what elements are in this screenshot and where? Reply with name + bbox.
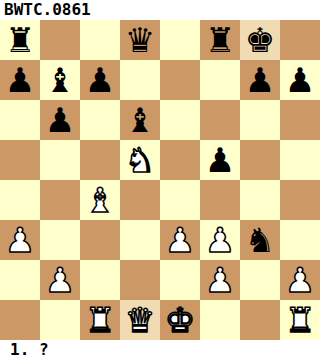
square-h8[interactable] xyxy=(280,20,320,60)
square-f8[interactable]: ♜ xyxy=(200,20,240,60)
square-g8[interactable]: ♚ xyxy=(240,20,280,60)
square-a3[interactable]: ♟ xyxy=(0,220,40,260)
square-e3[interactable]: ♟ xyxy=(160,220,200,260)
square-b6[interactable]: ♟ xyxy=(40,100,80,140)
square-h6[interactable] xyxy=(280,100,320,140)
square-c1[interactable]: ♜ xyxy=(80,300,120,340)
square-d7[interactable] xyxy=(120,60,160,100)
square-e2[interactable] xyxy=(160,260,200,300)
piece-black-king: ♚ xyxy=(245,20,275,60)
square-a6[interactable] xyxy=(0,100,40,140)
piece-black-knight: ♞ xyxy=(245,220,275,260)
square-b7[interactable]: ♝ xyxy=(40,60,80,100)
square-d4[interactable] xyxy=(120,180,160,220)
piece-white-pawn: ♟ xyxy=(5,220,35,260)
square-d8[interactable]: ♛ xyxy=(120,20,160,60)
square-a8[interactable]: ♜ xyxy=(0,20,40,60)
move-prompt: 1. ? xyxy=(0,340,49,360)
piece-black-queen: ♛ xyxy=(125,20,155,60)
piece-white-rook: ♜ xyxy=(285,300,315,340)
title-bar: BWTC.0861 xyxy=(0,0,320,20)
window-title: BWTC.0861 xyxy=(0,0,91,20)
square-f3[interactable]: ♟ xyxy=(200,220,240,260)
square-e6[interactable] xyxy=(160,100,200,140)
square-d5[interactable]: ♞ xyxy=(120,140,160,180)
piece-white-pawn: ♟ xyxy=(205,220,235,260)
piece-white-rook: ♜ xyxy=(85,300,115,340)
square-d2[interactable] xyxy=(120,260,160,300)
square-e5[interactable] xyxy=(160,140,200,180)
piece-white-pawn: ♟ xyxy=(165,220,195,260)
square-g6[interactable] xyxy=(240,100,280,140)
square-c7[interactable]: ♟ xyxy=(80,60,120,100)
piece-black-rook: ♜ xyxy=(5,20,35,60)
square-h1[interactable]: ♜ xyxy=(280,300,320,340)
square-d1[interactable]: ♛ xyxy=(120,300,160,340)
square-e8[interactable] xyxy=(160,20,200,60)
square-g3[interactable]: ♞ xyxy=(240,220,280,260)
square-f2[interactable]: ♟ xyxy=(200,260,240,300)
square-b2[interactable]: ♟ xyxy=(40,260,80,300)
piece-black-bishop: ♝ xyxy=(125,100,155,140)
square-c6[interactable] xyxy=(80,100,120,140)
piece-black-pawn: ♟ xyxy=(205,140,235,180)
square-b3[interactable] xyxy=(40,220,80,260)
square-f4[interactable] xyxy=(200,180,240,220)
square-g4[interactable] xyxy=(240,180,280,220)
square-b1[interactable] xyxy=(40,300,80,340)
square-f6[interactable] xyxy=(200,100,240,140)
square-d3[interactable] xyxy=(120,220,160,260)
square-d6[interactable]: ♝ xyxy=(120,100,160,140)
square-e1[interactable]: ♚ xyxy=(160,300,200,340)
piece-black-bishop: ♝ xyxy=(45,60,75,100)
square-f1[interactable] xyxy=(200,300,240,340)
square-b4[interactable] xyxy=(40,180,80,220)
square-g5[interactable] xyxy=(240,140,280,180)
piece-white-pawn: ♟ xyxy=(45,260,75,300)
square-h2[interactable]: ♟ xyxy=(280,260,320,300)
piece-white-pawn: ♟ xyxy=(205,260,235,300)
square-a7[interactable]: ♟ xyxy=(0,60,40,100)
square-b8[interactable] xyxy=(40,20,80,60)
piece-black-rook: ♜ xyxy=(205,20,235,60)
square-c8[interactable] xyxy=(80,20,120,60)
square-g1[interactable] xyxy=(240,300,280,340)
square-b5[interactable] xyxy=(40,140,80,180)
square-c3[interactable] xyxy=(80,220,120,260)
piece-white-queen: ♛ xyxy=(125,300,155,340)
square-g7[interactable]: ♟ xyxy=(240,60,280,100)
piece-black-pawn: ♟ xyxy=(5,60,35,100)
square-h5[interactable] xyxy=(280,140,320,180)
square-h7[interactable]: ♟ xyxy=(280,60,320,100)
square-f5[interactable]: ♟ xyxy=(200,140,240,180)
square-e7[interactable] xyxy=(160,60,200,100)
piece-white-king: ♚ xyxy=(165,300,195,340)
piece-black-pawn: ♟ xyxy=(245,60,275,100)
piece-black-pawn: ♟ xyxy=(45,100,75,140)
piece-white-bishop: ♝ xyxy=(85,180,115,220)
square-g2[interactable] xyxy=(240,260,280,300)
piece-black-pawn: ♟ xyxy=(85,60,115,100)
square-c4[interactable]: ♝ xyxy=(80,180,120,220)
status-bar: 1. ? xyxy=(0,340,320,360)
square-h3[interactable] xyxy=(280,220,320,260)
square-c5[interactable] xyxy=(80,140,120,180)
square-f7[interactable] xyxy=(200,60,240,100)
piece-white-pawn: ♟ xyxy=(285,260,315,300)
square-a5[interactable] xyxy=(0,140,40,180)
square-e4[interactable] xyxy=(160,180,200,220)
square-a2[interactable] xyxy=(0,260,40,300)
piece-black-pawn: ♟ xyxy=(285,60,315,100)
square-c2[interactable] xyxy=(80,260,120,300)
chess-board: ♜♛♜♚♟♝♟♟♟♟♝♞♟♝♟♟♟♞♟♟♟♜♛♚♜ xyxy=(0,20,320,340)
square-a4[interactable] xyxy=(0,180,40,220)
square-h4[interactable] xyxy=(280,180,320,220)
square-a1[interactable] xyxy=(0,300,40,340)
piece-white-knight: ♞ xyxy=(125,140,155,180)
